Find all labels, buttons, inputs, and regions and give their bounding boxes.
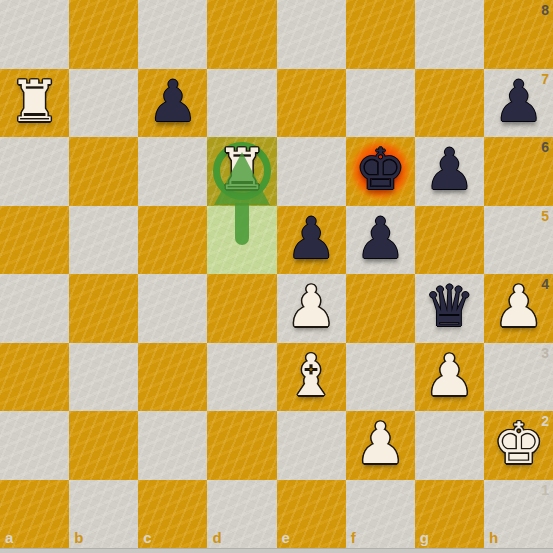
square-d8[interactable] [207,0,276,69]
square-b7[interactable] [69,69,138,138]
square-a4[interactable] [0,274,69,343]
square-g5[interactable] [415,206,484,275]
file-label-b: b [74,529,83,546]
square-h3[interactable]: 3 [484,343,553,412]
square-g3[interactable]: ♟ [415,343,484,412]
black-pawn-piece[interactable]: ♟ [147,67,198,135]
square-h7[interactable]: ♟7 [484,69,553,138]
square-c1[interactable]: c [138,480,207,549]
square-e8[interactable] [277,0,346,69]
rank-label-1: 1 [541,482,549,498]
square-e4[interactable]: ♟ [277,274,346,343]
square-a7[interactable]: ♜ [0,69,69,138]
square-c3[interactable] [138,343,207,412]
white-king-piece[interactable]: ♚ [493,409,544,477]
rank-label-5: 5 [541,208,549,224]
square-b5[interactable] [69,206,138,275]
square-d5[interactable] [207,206,276,275]
white-bishop-piece[interactable]: ♝ [286,341,337,409]
white-pawn-piece[interactable]: ♟ [286,272,337,340]
square-h6[interactable]: 6 [484,137,553,206]
square-d2[interactable] [207,411,276,480]
square-g8[interactable] [415,0,484,69]
square-f1[interactable]: f [346,480,415,549]
square-b8[interactable] [69,0,138,69]
square-g2[interactable] [415,411,484,480]
square-f4[interactable] [346,274,415,343]
square-f5[interactable]: ♟ [346,206,415,275]
square-a1[interactable]: a [0,480,69,549]
board-bottom-edge [0,548,553,553]
square-h2[interactable]: ♚2 [484,411,553,480]
black-pawn-piece[interactable]: ♟ [493,67,544,135]
square-b3[interactable] [69,343,138,412]
square-b6[interactable] [69,137,138,206]
square-h1[interactable]: 1h [484,480,553,549]
square-c8[interactable] [138,0,207,69]
square-d6[interactable]: ♜ [207,137,276,206]
square-f8[interactable] [346,0,415,69]
square-a3[interactable] [0,343,69,412]
square-d7[interactable] [207,69,276,138]
black-pawn-piece[interactable]: ♟ [286,204,337,272]
square-e1[interactable]: e [277,480,346,549]
file-label-g: g [420,529,429,546]
white-rook-piece[interactable]: ♜ [9,67,60,135]
square-c6[interactable] [138,137,207,206]
square-e7[interactable] [277,69,346,138]
square-e6[interactable] [277,137,346,206]
white-pawn-piece[interactable]: ♟ [355,409,406,477]
black-queen-piece[interactable]: ♛ [424,272,475,340]
white-pawn-piece[interactable]: ♟ [424,341,475,409]
square-a2[interactable] [0,411,69,480]
square-c2[interactable] [138,411,207,480]
rank-label-8: 8 [541,2,549,18]
file-label-e: e [282,529,290,546]
black-king-piece[interactable]: ♚ [355,135,406,203]
rank-label-4: 4 [541,276,549,292]
rank-label-7: 7 [541,71,549,87]
square-b4[interactable] [69,274,138,343]
square-f3[interactable] [346,343,415,412]
file-label-h: h [489,529,498,546]
square-h5[interactable]: 5 [484,206,553,275]
file-label-c: c [143,529,151,546]
square-g1[interactable]: g [415,480,484,549]
square-e3[interactable]: ♝ [277,343,346,412]
square-f6[interactable]: ♚ [346,137,415,206]
square-a6[interactable] [0,137,69,206]
square-d4[interactable] [207,274,276,343]
chess-board: 8♜♟♟7♜♚♟6♟♟5♟♛♟4♝♟3♟♚2abcdefg1h [0,0,553,548]
square-h4[interactable]: ♟4 [484,274,553,343]
square-e2[interactable] [277,411,346,480]
black-pawn-piece[interactable]: ♟ [355,204,406,272]
square-a8[interactable] [0,0,69,69]
square-f7[interactable] [346,69,415,138]
white-pawn-piece[interactable]: ♟ [493,272,544,340]
rank-label-3: 3 [541,345,549,361]
square-f2[interactable]: ♟ [346,411,415,480]
square-c4[interactable] [138,274,207,343]
square-d1[interactable]: d [207,480,276,549]
square-c7[interactable]: ♟ [138,69,207,138]
square-g6[interactable]: ♟ [415,137,484,206]
square-h8[interactable]: 8 [484,0,553,69]
square-c5[interactable] [138,206,207,275]
square-b1[interactable]: b [69,480,138,549]
rank-label-2: 2 [541,413,549,429]
square-g4[interactable]: ♛ [415,274,484,343]
white-rook-piece[interactable]: ♜ [216,135,267,203]
file-label-d: d [212,529,221,546]
black-pawn-piece[interactable]: ♟ [424,135,475,203]
square-d3[interactable] [207,343,276,412]
file-label-f: f [351,529,356,546]
chess-board-screenshot: 8♜♟♟7♜♚♟6♟♟5♟♛♟4♝♟3♟♚2abcdefg1h [0,0,553,553]
square-g7[interactable] [415,69,484,138]
square-b2[interactable] [69,411,138,480]
square-a5[interactable] [0,206,69,275]
file-label-a: a [5,529,13,546]
square-e5[interactable]: ♟ [277,206,346,275]
rank-label-6: 6 [541,139,549,155]
